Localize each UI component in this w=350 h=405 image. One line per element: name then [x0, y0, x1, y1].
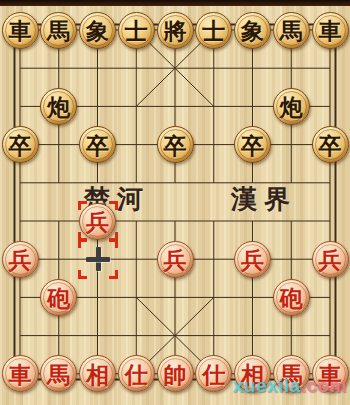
piece-black-soldier[interactable]: 卒	[234, 126, 271, 163]
piece-black-soldier[interactable]: 卒	[79, 126, 116, 163]
piece-black-soldier[interactable]: 卒	[312, 126, 349, 163]
piece-red-soldier[interactable]: 兵	[312, 241, 349, 278]
piece-red-cannon[interactable]: 砲	[273, 279, 310, 316]
piece-black-cannon[interactable]: 炮	[40, 88, 77, 125]
piece-red-soldier[interactable]: 兵	[2, 241, 39, 278]
piece-red-soldier[interactable]: 兵	[157, 241, 194, 278]
piece-black-cannon[interactable]: 炮	[273, 88, 310, 125]
piece-black-soldier[interactable]: 卒	[2, 126, 39, 163]
board-grid	[0, 0, 350, 405]
piece-red-cannon[interactable]: 砲	[40, 279, 77, 316]
xiangqi-board[interactable]: 楚河 漢界 車馬象士將士象馬車炮炮卒卒卒卒卒兵兵兵兵兵砲砲車馬相仕帥仕相馬車 x…	[0, 0, 350, 405]
river-label-right: 漢界	[231, 186, 297, 212]
watermark: xuexila.com	[233, 376, 347, 395]
piece-black-elephant[interactable]: 象	[234, 12, 271, 49]
piece-black-horse[interactable]: 馬	[40, 12, 77, 49]
piece-black-general[interactable]: 將	[157, 12, 194, 49]
watermark-name: xuexila	[233, 375, 301, 396]
piece-red-general[interactable]: 帥	[157, 355, 194, 392]
piece-red-soldier[interactable]: 兵	[234, 241, 271, 278]
piece-red-soldier[interactable]: 兵	[79, 203, 116, 240]
piece-black-chariot[interactable]: 車	[312, 12, 349, 49]
piece-black-chariot[interactable]: 車	[2, 12, 39, 49]
piece-black-advisor[interactable]: 士	[195, 12, 232, 49]
piece-black-advisor[interactable]: 士	[118, 12, 155, 49]
piece-red-advisor[interactable]: 仕	[118, 355, 155, 392]
watermark-tld: .com	[301, 375, 347, 396]
piece-black-elephant[interactable]: 象	[79, 12, 116, 49]
piece-black-soldier[interactable]: 卒	[157, 126, 194, 163]
piece-black-horse[interactable]: 馬	[273, 12, 310, 49]
piece-red-chariot[interactable]: 車	[2, 355, 39, 392]
